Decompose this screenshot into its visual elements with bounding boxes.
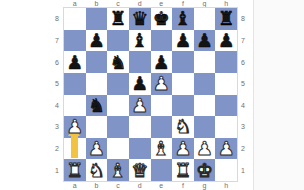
square-d3[interactable] — [129, 116, 151, 138]
piece-black-queen-d8[interactable]: ♛ — [129, 8, 151, 30]
square-e1[interactable] — [151, 159, 173, 181]
square-h7[interactable]: ♟ — [215, 30, 237, 52]
square-b6[interactable] — [86, 51, 108, 73]
square-a7[interactable] — [64, 30, 86, 52]
piece-black-pawn-d5[interactable]: ♟ — [129, 73, 151, 95]
square-c6[interactable]: ♞ — [107, 51, 129, 73]
square-h2[interactable]: ♟ — [215, 138, 237, 160]
piece-white-knight-b1[interactable]: ♞ — [86, 159, 108, 181]
rank-label-5-left: 5 — [50, 73, 62, 95]
square-a1[interactable]: ♜ — [64, 159, 86, 181]
square-g4[interactable] — [194, 95, 216, 117]
square-c2[interactable] — [107, 138, 129, 160]
square-c1[interactable]: ♝ — [107, 159, 129, 181]
piece-black-rook-h8[interactable]: ♜ — [215, 8, 237, 30]
square-a8[interactable] — [64, 8, 86, 30]
square-d5[interactable]: ♟ — [129, 73, 151, 95]
square-g8[interactable] — [194, 8, 216, 30]
rank-label-3-right: 3 — [239, 116, 251, 138]
piece-white-rook-a1[interactable]: ♜ — [64, 159, 86, 181]
piece-white-pawn-b2[interactable]: ♟ — [86, 138, 108, 160]
piece-black-king-e8[interactable]: ♚ — [151, 8, 173, 30]
piece-black-pawn-b7[interactable]: ♟ — [86, 30, 108, 52]
rank-label-6-right: 6 — [239, 51, 251, 73]
piece-white-bishop-c1[interactable]: ♝ — [107, 159, 129, 181]
file-label-g-bottom: g — [194, 182, 216, 190]
file-labels-top: abcdefgh — [64, 0, 237, 8]
square-c5[interactable] — [107, 73, 129, 95]
square-e4[interactable] — [151, 95, 173, 117]
square-c3[interactable] — [107, 116, 129, 138]
square-f5[interactable] — [172, 73, 194, 95]
file-label-f-bottom: f — [172, 182, 194, 190]
square-d1[interactable]: ♛ — [129, 159, 151, 181]
square-h4[interactable] — [215, 95, 237, 117]
square-h3[interactable] — [215, 116, 237, 138]
square-c8[interactable]: ♜ — [107, 8, 129, 30]
piece-white-pawn-a3[interactable]: ♟ — [64, 116, 86, 138]
square-a3[interactable]: ♟ — [64, 116, 86, 138]
piece-white-pawn-f2[interactable]: ♟ — [172, 138, 194, 160]
file-label-d-bottom: d — [129, 182, 151, 190]
square-a4[interactable] — [64, 95, 86, 117]
rank-label-8-right: 8 — [239, 8, 251, 30]
rank-label-1-left: 1 — [50, 159, 62, 181]
piece-white-pawn-g2[interactable]: ♟ — [194, 138, 216, 160]
square-b3[interactable] — [86, 116, 108, 138]
rank-label-8-left: 8 — [50, 8, 62, 30]
piece-black-pawn-e6[interactable]: ♟ — [151, 51, 173, 73]
square-g3[interactable] — [194, 116, 216, 138]
piece-white-bishop-e2[interactable]: ♝ — [151, 138, 173, 160]
square-g6[interactable] — [194, 51, 216, 73]
square-f2[interactable]: ♟ — [172, 138, 194, 160]
square-b5[interactable] — [86, 73, 108, 95]
square-e7[interactable] — [151, 30, 173, 52]
rank-label-7-left: 7 — [50, 30, 62, 52]
chess-board: ♜♛♚♝♜♟♝♟♟♟♟♞♟♟♟♞♟♟♞♟♝♟♟♟♜♞♝♛♜♚ — [64, 8, 237, 181]
piece-black-knight-c6[interactable]: ♞ — [107, 51, 129, 73]
file-label-g-top: g — [194, 0, 216, 8]
square-e8[interactable]: ♚ — [151, 8, 173, 30]
file-label-b-bottom: b — [86, 182, 108, 190]
rank-label-5-right: 5 — [239, 73, 251, 95]
piece-black-pawn-g7[interactable]: ♟ — [194, 30, 216, 52]
square-a5[interactable] — [64, 73, 86, 95]
file-label-h-bottom: h — [215, 182, 237, 190]
right-panel — [253, 0, 304, 190]
rank-label-1-right: 1 — [239, 159, 251, 181]
square-d8[interactable]: ♛ — [129, 8, 151, 30]
square-e3[interactable] — [151, 116, 173, 138]
piece-black-bishop-d7[interactable]: ♝ — [129, 30, 151, 52]
square-f6[interactable] — [172, 51, 194, 73]
square-e6[interactable]: ♟ — [151, 51, 173, 73]
square-b1[interactable]: ♞ — [86, 159, 108, 181]
rank-label-4-left: 4 — [50, 95, 62, 117]
square-h8[interactable]: ♜ — [215, 8, 237, 30]
piece-white-knight-f3[interactable]: ♞ — [172, 116, 194, 138]
piece-white-king-g1[interactable]: ♚ — [194, 159, 216, 181]
square-b2[interactable]: ♟ — [86, 138, 108, 160]
square-d7[interactable]: ♝ — [129, 30, 151, 52]
file-label-a-top: a — [64, 0, 86, 8]
piece-black-bishop-f8[interactable]: ♝ — [172, 8, 194, 30]
rank-label-3-left: 3 — [50, 116, 62, 138]
piece-black-knight-b4[interactable]: ♞ — [86, 95, 108, 117]
square-d4[interactable]: ♟ — [129, 95, 151, 117]
file-label-c-bottom: c — [107, 182, 129, 190]
square-g7[interactable]: ♟ — [194, 30, 216, 52]
square-e2[interactable]: ♝ — [151, 138, 173, 160]
rank-labels-right: 87654321 — [239, 8, 251, 181]
square-g1[interactable]: ♚ — [194, 159, 216, 181]
square-d2[interactable] — [129, 138, 151, 160]
rank-label-4-right: 4 — [239, 95, 251, 117]
piece-white-pawn-e5[interactable]: ♟ — [151, 73, 173, 95]
file-label-a-bottom: a — [64, 182, 86, 190]
square-c7[interactable] — [107, 30, 129, 52]
page: abcdefgh abcdefgh 87654321 87654321 ♜♛♚♝… — [0, 0, 304, 190]
square-f8[interactable]: ♝ — [172, 8, 194, 30]
piece-black-rook-c8[interactable]: ♜ — [107, 8, 129, 30]
file-labels-bottom: abcdefgh — [64, 182, 237, 190]
piece-black-pawn-a6[interactable]: ♟ — [64, 51, 86, 73]
move-arrow-shaft — [71, 135, 78, 157]
piece-black-pawn-h7[interactable]: ♟ — [215, 30, 237, 52]
square-f4[interactable] — [172, 95, 194, 117]
piece-white-queen-d1[interactable]: ♛ — [129, 159, 151, 181]
square-c4[interactable] — [107, 95, 129, 117]
square-a6[interactable]: ♟ — [64, 51, 86, 73]
square-d6[interactable] — [129, 51, 151, 73]
file-label-b-top: b — [86, 0, 108, 8]
square-g5[interactable] — [194, 73, 216, 95]
rank-label-2-right: 2 — [239, 138, 251, 160]
rank-labels-left: 87654321 — [50, 8, 62, 181]
square-f7[interactable]: ♟ — [172, 30, 194, 52]
square-g2[interactable]: ♟ — [194, 138, 216, 160]
square-h1[interactable] — [215, 159, 237, 181]
square-b4[interactable]: ♞ — [86, 95, 108, 117]
rank-label-7-right: 7 — [239, 30, 251, 52]
square-f3[interactable]: ♞ — [172, 116, 194, 138]
square-b7[interactable]: ♟ — [86, 30, 108, 52]
square-e5[interactable]: ♟ — [151, 73, 173, 95]
rank-label-2-left: 2 — [50, 138, 62, 160]
piece-white-pawn-d4[interactable]: ♟ — [129, 95, 151, 117]
square-f1[interactable]: ♜ — [172, 159, 194, 181]
square-h6[interactable] — [215, 51, 237, 73]
piece-white-pawn-h2[interactable]: ♟ — [215, 138, 237, 160]
square-h5[interactable] — [215, 73, 237, 95]
file-label-e-bottom: e — [151, 182, 173, 190]
rank-label-6-left: 6 — [50, 51, 62, 73]
piece-white-rook-f1[interactable]: ♜ — [172, 159, 194, 181]
piece-black-pawn-f7[interactable]: ♟ — [172, 30, 194, 52]
square-b8[interactable] — [86, 8, 108, 30]
